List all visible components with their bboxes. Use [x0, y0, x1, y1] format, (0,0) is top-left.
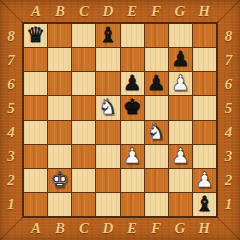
- square-a8[interactable]: ♛: [24, 24, 47, 47]
- rank-labels-left: 87654321: [0, 24, 22, 216]
- square-h6[interactable]: [193, 72, 216, 95]
- file-label-top-h: H: [192, 0, 216, 22]
- square-e4[interactable]: [121, 121, 144, 144]
- frame-mitre-bottom-right: [216, 216, 240, 240]
- chess-board-canvas: ABCDEFGH ABCDEFGH 87654321 87654321 ♛♝♟♟…: [0, 0, 240, 240]
- square-h3[interactable]: [193, 145, 216, 168]
- square-c1[interactable]: [72, 193, 95, 216]
- square-a2[interactable]: [24, 169, 47, 192]
- piece-black-king[interactable]: ♚: [123, 97, 142, 118]
- file-label-top-b: B: [48, 0, 72, 22]
- square-e5[interactable]: ♚: [121, 96, 144, 119]
- piece-black-pawn[interactable]: ♟: [171, 49, 190, 70]
- square-f4[interactable]: ♞: [145, 121, 168, 144]
- rank-labels-right: 87654321: [217, 24, 240, 216]
- piece-white-pawn[interactable]: ♟: [171, 146, 190, 167]
- file-label-top-c: C: [72, 0, 96, 22]
- square-a6[interactable]: [24, 72, 47, 95]
- file-label-top-d: D: [96, 0, 120, 22]
- square-d7[interactable]: [96, 48, 119, 71]
- square-a7[interactable]: [24, 48, 47, 71]
- rank-label-left-2: 2: [0, 168, 22, 192]
- piece-white-pawn[interactable]: ♟: [171, 73, 190, 94]
- file-label-top-a: A: [24, 0, 48, 22]
- rank-label-right-8: 8: [217, 24, 240, 48]
- square-b7[interactable]: [48, 48, 71, 71]
- rank-label-left-3: 3: [0, 144, 22, 168]
- square-b4[interactable]: [48, 121, 71, 144]
- square-h4[interactable]: [193, 121, 216, 144]
- square-b6[interactable]: [48, 72, 71, 95]
- file-label-bottom-f: F: [144, 217, 168, 240]
- square-c5[interactable]: [72, 96, 95, 119]
- piece-white-knight[interactable]: ♞: [99, 97, 118, 118]
- file-label-bottom-a: A: [24, 217, 48, 240]
- square-d4[interactable]: [96, 121, 119, 144]
- file-label-bottom-d: D: [96, 217, 120, 240]
- square-f8[interactable]: [145, 24, 168, 47]
- file-labels-bottom: ABCDEFGH: [24, 217, 216, 240]
- square-e3[interactable]: ♟: [121, 145, 144, 168]
- square-e6[interactable]: ♟: [121, 72, 144, 95]
- piece-white-king[interactable]: ♚: [50, 170, 69, 191]
- square-g5[interactable]: [169, 96, 192, 119]
- square-f5[interactable]: [145, 96, 168, 119]
- piece-white-knight[interactable]: ♞: [147, 122, 166, 143]
- square-b3[interactable]: [48, 145, 71, 168]
- piece-black-bishop[interactable]: ♝: [195, 194, 214, 215]
- rank-label-right-4: 4: [217, 120, 240, 144]
- frame-mitre-top-right: [216, 0, 240, 24]
- square-g6[interactable]: ♟: [169, 72, 192, 95]
- rank-label-left-1: 1: [0, 192, 22, 216]
- square-c2[interactable]: [72, 169, 95, 192]
- rank-label-right-1: 1: [217, 192, 240, 216]
- piece-white-pawn[interactable]: ♟: [195, 170, 214, 191]
- square-b5[interactable]: [48, 96, 71, 119]
- file-label-bottom-b: B: [48, 217, 72, 240]
- square-f6[interactable]: ♟: [145, 72, 168, 95]
- square-h5[interactable]: [193, 96, 216, 119]
- square-b1[interactable]: [48, 193, 71, 216]
- square-h2[interactable]: ♟: [193, 169, 216, 192]
- square-g7[interactable]: ♟: [169, 48, 192, 71]
- square-f3[interactable]: [145, 145, 168, 168]
- rank-label-right-3: 3: [217, 144, 240, 168]
- square-d6[interactable]: [96, 72, 119, 95]
- square-h8[interactable]: [193, 24, 216, 47]
- square-g4[interactable]: [169, 121, 192, 144]
- file-label-bottom-h: H: [192, 217, 216, 240]
- square-a5[interactable]: [24, 96, 47, 119]
- square-a4[interactable]: [24, 121, 47, 144]
- square-e2[interactable]: [121, 169, 144, 192]
- square-e1[interactable]: [121, 193, 144, 216]
- rank-label-left-5: 5: [0, 96, 22, 120]
- square-c3[interactable]: [72, 145, 95, 168]
- rank-label-left-4: 4: [0, 120, 22, 144]
- square-d1[interactable]: [96, 193, 119, 216]
- square-c7[interactable]: [72, 48, 95, 71]
- file-label-top-g: G: [168, 0, 192, 22]
- square-g2[interactable]: [169, 169, 192, 192]
- square-d5[interactable]: ♞: [96, 96, 119, 119]
- square-f2[interactable]: [145, 169, 168, 192]
- square-f7[interactable]: [145, 48, 168, 71]
- square-a1[interactable]: [24, 193, 47, 216]
- square-g8[interactable]: [169, 24, 192, 47]
- rank-label-right-6: 6: [217, 72, 240, 96]
- file-label-bottom-c: C: [72, 217, 96, 240]
- square-d8[interactable]: ♝: [96, 24, 119, 47]
- piece-black-pawn[interactable]: ♟: [123, 73, 142, 94]
- rank-label-right-5: 5: [217, 96, 240, 120]
- rank-label-right-2: 2: [217, 168, 240, 192]
- square-h7[interactable]: [193, 48, 216, 71]
- file-label-top-e: E: [120, 0, 144, 22]
- piece-black-bishop[interactable]: ♝: [99, 25, 118, 46]
- frame-mitre-top-left: [0, 0, 24, 24]
- square-e8[interactable]: [121, 24, 144, 47]
- square-d2[interactable]: [96, 169, 119, 192]
- chess-board: ♛♝♟♟♟♟♞♚♞♟♟♚♟♝: [22, 22, 218, 218]
- square-b8[interactable]: [48, 24, 71, 47]
- piece-black-pawn[interactable]: ♟: [147, 73, 166, 94]
- square-b2[interactable]: ♚: [48, 169, 71, 192]
- file-label-bottom-g: G: [168, 217, 192, 240]
- square-c8[interactable]: [72, 24, 95, 47]
- rank-label-left-7: 7: [0, 48, 22, 72]
- rank-label-right-7: 7: [217, 48, 240, 72]
- file-label-bottom-e: E: [120, 217, 144, 240]
- square-c4[interactable]: [72, 121, 95, 144]
- piece-white-pawn[interactable]: ♟: [123, 146, 142, 167]
- square-f1[interactable]: [145, 193, 168, 216]
- square-e7[interactable]: [121, 48, 144, 71]
- square-h1[interactable]: ♝: [193, 193, 216, 216]
- piece-black-queen[interactable]: ♛: [26, 25, 45, 46]
- rank-label-left-6: 6: [0, 72, 22, 96]
- square-d3[interactable]: [96, 145, 119, 168]
- square-a3[interactable]: [24, 145, 47, 168]
- square-g3[interactable]: ♟: [169, 145, 192, 168]
- square-c6[interactable]: [72, 72, 95, 95]
- square-g1[interactable]: [169, 193, 192, 216]
- file-label-top-f: F: [144, 0, 168, 22]
- rank-label-left-8: 8: [0, 24, 22, 48]
- frame-mitre-bottom-left: [0, 216, 24, 240]
- file-labels-top: ABCDEFGH: [24, 0, 216, 22]
